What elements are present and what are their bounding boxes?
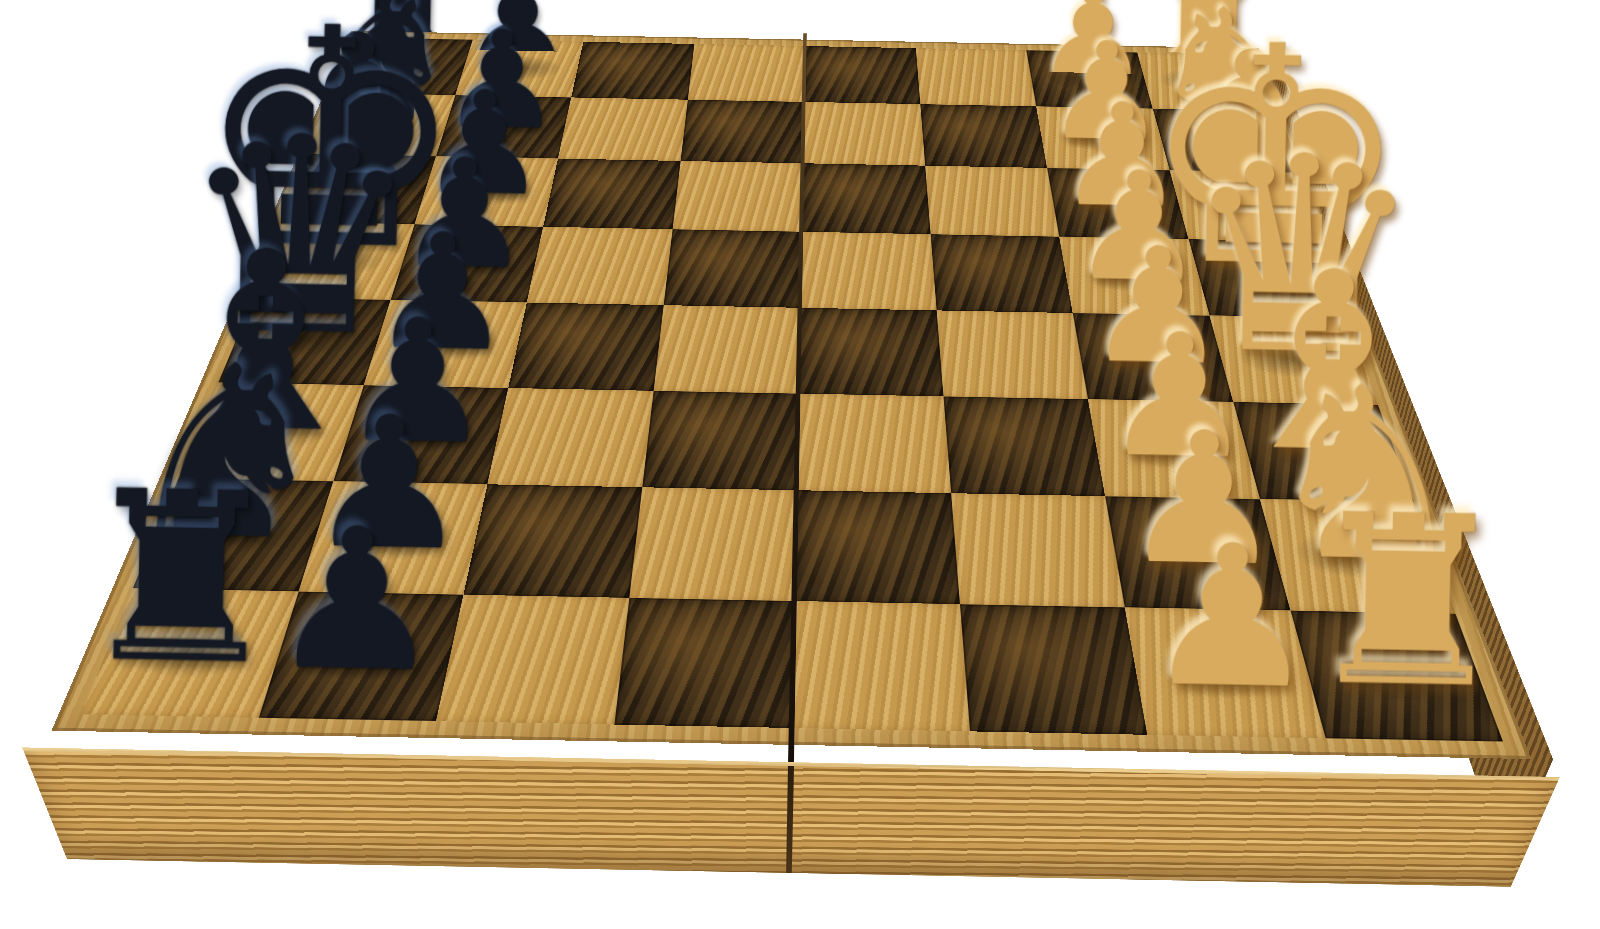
square-h4[interactable] [804,46,920,104]
square-d5[interactable] [653,305,800,393]
square-g4[interactable] [803,102,925,166]
box-front-face [22,747,1560,887]
board-grid: ♜♟♟♜♞♟♟♞♝♟♟♝♚♟♟♚♛♟♟♛♝♟♟♝♞♟♟♞♜♟♟♜ [81,38,1503,742]
black-pawn-a7[interactable]: ♟ [144,503,568,696]
camera-roll-wrapper: ♜♟♟♜♞♟♟♞♝♟♟♝♚♟♟♚♛♟♟♛♝♟♟♝♞♟♟♞♜♟♟♜ [0,0,1600,929]
square-c5[interactable] [642,391,798,491]
square-d4[interactable] [798,308,943,396]
square-f5[interactable] [672,161,802,232]
photo-canvas: ♜♟♟♜♞♟♟♞♝♟♟♝♚♟♟♚♛♟♟♛♝♟♟♝♞♟♟♞♜♟♟♜ [0,0,1600,929]
square-f4[interactable] [801,163,930,234]
square-a7[interactable]: ♟ [258,591,463,721]
square-h5[interactable] [688,44,805,102]
square-b4[interactable] [794,490,959,604]
square-b5[interactable] [629,487,796,600]
square-c4[interactable] [796,393,950,493]
square-a4[interactable] [792,601,970,732]
square-a1[interactable]: ♜ [1290,610,1503,741]
square-e4[interactable] [800,232,936,311]
chess-board-box: ♜♟♟♜♞♟♟♞♝♟♟♝♚♟♟♚♛♟♟♛♝♟♟♝♞♟♟♞♜♟♟♜ [52,31,1532,759]
square-a5[interactable] [614,598,794,728]
square-e5[interactable] [663,229,801,308]
white-rook-a1[interactable]: ♜ [1195,486,1600,717]
square-g5[interactable] [680,100,803,164]
perspective-scene: ♜♟♟♜♞♟♟♞♝♟♟♝♚♟♟♚♛♟♟♛♝♟♟♝♞♟♟♞♜♟♟♜ [0,0,1600,929]
